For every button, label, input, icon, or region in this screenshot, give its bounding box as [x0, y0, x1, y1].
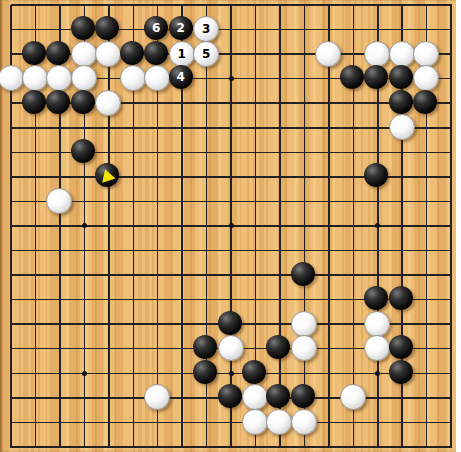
- black-stone[interactable]: [95, 16, 119, 40]
- grid-line: [11, 446, 452, 448]
- star-point: [82, 223, 87, 228]
- black-stone[interactable]: [71, 139, 95, 163]
- black-stone[interactable]: [95, 163, 119, 187]
- black-stone[interactable]: [71, 90, 95, 114]
- black-stone[interactable]: [413, 90, 437, 114]
- star-point: [229, 371, 234, 376]
- white-stone[interactable]: [144, 65, 170, 91]
- triangle-mark-icon: [99, 167, 116, 183]
- move-number-label: 1: [177, 48, 185, 60]
- black-stone[interactable]: [120, 41, 144, 65]
- grid-line: [11, 422, 452, 424]
- white-stone[interactable]: 5: [193, 41, 219, 67]
- white-stone[interactable]: [46, 188, 72, 214]
- white-stone[interactable]: [291, 311, 317, 337]
- white-stone[interactable]: [315, 41, 341, 67]
- black-stone[interactable]: [266, 384, 290, 408]
- black-stone[interactable]: [242, 360, 266, 384]
- white-stone[interactable]: [389, 114, 415, 140]
- black-stone[interactable]: [340, 65, 364, 89]
- black-stone[interactable]: [389, 360, 413, 384]
- black-stone[interactable]: [389, 335, 413, 359]
- white-stone[interactable]: 1: [169, 41, 195, 67]
- star-point: [375, 223, 380, 228]
- star-point: [375, 371, 380, 376]
- move-number-label: 2: [176, 22, 184, 34]
- black-stone[interactable]: [218, 311, 242, 335]
- move-number-label: 6: [152, 22, 160, 34]
- white-stone[interactable]: [389, 41, 415, 67]
- white-stone[interactable]: [364, 41, 390, 67]
- white-stone[interactable]: [46, 65, 72, 91]
- white-stone[interactable]: [413, 41, 439, 67]
- white-stone[interactable]: [291, 335, 317, 361]
- white-stone[interactable]: [340, 384, 366, 410]
- grid-line: [328, 5, 330, 448]
- white-stone[interactable]: [413, 65, 439, 91]
- black-stone[interactable]: [389, 65, 413, 89]
- black-stone[interactable]: [71, 16, 95, 40]
- black-stone[interactable]: [218, 384, 242, 408]
- white-stone[interactable]: [242, 409, 268, 435]
- white-stone[interactable]: [266, 409, 292, 435]
- black-stone[interactable]: [364, 65, 388, 89]
- white-stone[interactable]: [144, 384, 170, 410]
- star-point: [229, 76, 234, 81]
- white-stone[interactable]: [0, 65, 24, 91]
- go-board[interactable]: 623154: [0, 0, 456, 452]
- black-stone[interactable]: [22, 41, 46, 65]
- white-stone[interactable]: [242, 384, 268, 410]
- white-stone[interactable]: [95, 90, 121, 116]
- grid-line: [11, 250, 452, 252]
- black-stone[interactable]: 6: [144, 16, 168, 40]
- white-stone[interactable]: 3: [193, 16, 219, 42]
- black-stone[interactable]: [389, 286, 413, 310]
- black-stone[interactable]: [266, 335, 290, 359]
- white-stone[interactable]: [364, 311, 390, 337]
- black-stone[interactable]: [144, 41, 168, 65]
- black-stone[interactable]: [291, 384, 315, 408]
- page: { "game": "go", "app": { "description": …: [0, 0, 461, 452]
- white-stone[interactable]: [71, 65, 97, 91]
- black-stone[interactable]: [193, 335, 217, 359]
- black-stone[interactable]: [364, 286, 388, 310]
- white-stone[interactable]: [218, 335, 244, 361]
- black-stone[interactable]: [291, 262, 315, 286]
- black-stone[interactable]: 4: [169, 65, 193, 89]
- white-stone[interactable]: [95, 41, 121, 67]
- move-number-label: 3: [202, 23, 210, 35]
- grid-line: [279, 5, 281, 448]
- white-stone[interactable]: [120, 65, 146, 91]
- grid-line: [450, 5, 452, 448]
- black-stone[interactable]: [389, 90, 413, 114]
- black-stone[interactable]: [22, 90, 46, 114]
- white-stone[interactable]: [364, 335, 390, 361]
- white-stone[interactable]: [71, 41, 97, 67]
- white-stone[interactable]: [291, 409, 317, 435]
- grid-line: [304, 5, 306, 448]
- star-point: [82, 371, 87, 376]
- white-stone[interactable]: [22, 65, 48, 91]
- black-stone[interactable]: 2: [169, 16, 193, 40]
- black-stone[interactable]: [46, 90, 70, 114]
- star-point: [229, 223, 234, 228]
- move-number-label: 5: [202, 48, 210, 60]
- black-stone[interactable]: [193, 360, 217, 384]
- grid-line: [11, 274, 452, 276]
- black-stone[interactable]: [364, 163, 388, 187]
- move-number-label: 4: [176, 71, 184, 83]
- black-stone[interactable]: [46, 41, 70, 65]
